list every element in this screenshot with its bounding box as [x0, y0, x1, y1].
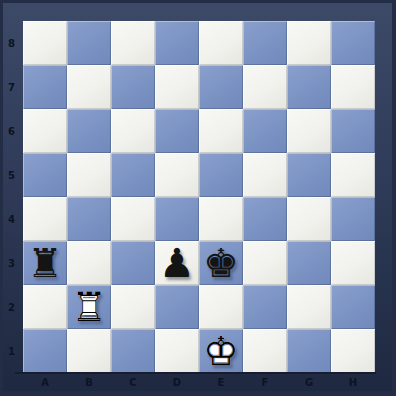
- square-a7[interactable]: [23, 65, 67, 109]
- square-b6[interactable]: [67, 109, 111, 153]
- rank-label-2: 2: [0, 285, 23, 329]
- square-e1[interactable]: ♚♔: [199, 329, 243, 373]
- square-c1[interactable]: [111, 329, 155, 373]
- file-label-d: D: [155, 373, 199, 391]
- square-g6[interactable]: [287, 109, 331, 153]
- piece-black-rook[interactable]: ♜: [23, 241, 67, 285]
- square-e7[interactable]: [199, 65, 243, 109]
- file-label-h: H: [331, 373, 375, 391]
- square-h4[interactable]: [331, 197, 375, 241]
- rank-label-4: 4: [0, 197, 23, 241]
- square-f8[interactable]: [243, 21, 287, 65]
- rank-label-6: 6: [0, 109, 23, 153]
- square-h6[interactable]: [331, 109, 375, 153]
- square-h5[interactable]: [331, 153, 375, 197]
- square-a5[interactable]: [23, 153, 67, 197]
- square-e4[interactable]: [199, 197, 243, 241]
- square-b2[interactable]: ♜♖: [67, 285, 111, 329]
- piece-black-pawn[interactable]: ♟: [155, 241, 199, 285]
- square-d1[interactable]: [155, 329, 199, 373]
- square-e3[interactable]: ♚: [199, 241, 243, 285]
- square-f5[interactable]: [243, 153, 287, 197]
- square-h8[interactable]: [331, 21, 375, 65]
- file-labels: ABCDEFGH: [23, 373, 375, 391]
- square-g8[interactable]: [287, 21, 331, 65]
- square-h2[interactable]: [331, 285, 375, 329]
- file-label-g: G: [287, 373, 331, 391]
- square-g5[interactable]: [287, 153, 331, 197]
- square-h1[interactable]: [331, 329, 375, 373]
- rank-label-7: 7: [0, 65, 23, 109]
- rank-label-3: 3: [0, 241, 23, 285]
- square-b1[interactable]: [67, 329, 111, 373]
- square-c7[interactable]: [111, 65, 155, 109]
- square-c5[interactable]: [111, 153, 155, 197]
- piece-white-rook[interactable]: ♜♖: [67, 285, 111, 329]
- square-a4[interactable]: [23, 197, 67, 241]
- square-d2[interactable]: [155, 285, 199, 329]
- square-d4[interactable]: [155, 197, 199, 241]
- square-d7[interactable]: [155, 65, 199, 109]
- square-b7[interactable]: [67, 65, 111, 109]
- white-piece-outline: ♔: [199, 329, 243, 373]
- square-c2[interactable]: [111, 285, 155, 329]
- square-g2[interactable]: [287, 285, 331, 329]
- square-c6[interactable]: [111, 109, 155, 153]
- square-b4[interactable]: [67, 197, 111, 241]
- square-f7[interactable]: [243, 65, 287, 109]
- rank-label-1: 1: [0, 329, 23, 373]
- square-a6[interactable]: [23, 109, 67, 153]
- square-g4[interactable]: [287, 197, 331, 241]
- square-e6[interactable]: [199, 109, 243, 153]
- square-h7[interactable]: [331, 65, 375, 109]
- square-b3[interactable]: [67, 241, 111, 285]
- square-f4[interactable]: [243, 197, 287, 241]
- square-d8[interactable]: [155, 21, 199, 65]
- square-d5[interactable]: [155, 153, 199, 197]
- file-label-e: E: [199, 373, 243, 391]
- square-d6[interactable]: [155, 109, 199, 153]
- piece-white-king[interactable]: ♚♔: [199, 329, 243, 373]
- square-a3[interactable]: ♜: [23, 241, 67, 285]
- square-b8[interactable]: [67, 21, 111, 65]
- square-a8[interactable]: [23, 21, 67, 65]
- square-a1[interactable]: [23, 329, 67, 373]
- square-f2[interactable]: [243, 285, 287, 329]
- square-c4[interactable]: [111, 197, 155, 241]
- square-g3[interactable]: [287, 241, 331, 285]
- square-f3[interactable]: [243, 241, 287, 285]
- square-f6[interactable]: [243, 109, 287, 153]
- white-piece-outline: ♖: [67, 285, 111, 329]
- square-a2[interactable]: [23, 285, 67, 329]
- square-b5[interactable]: [67, 153, 111, 197]
- file-label-c: C: [111, 373, 155, 391]
- square-e5[interactable]: [199, 153, 243, 197]
- chess-board[interactable]: ♜♟♚♜♖♚♔: [23, 21, 375, 373]
- square-g7[interactable]: [287, 65, 331, 109]
- rank-labels: 87654321: [0, 21, 23, 373]
- square-h3[interactable]: [331, 241, 375, 285]
- rank-label-5: 5: [0, 153, 23, 197]
- file-label-a: A: [23, 373, 67, 391]
- square-e8[interactable]: [199, 21, 243, 65]
- chess-diagram-frame: 87654321 ♜♟♚♜♖♚♔ ABCDEFGH: [0, 0, 396, 396]
- rank-label-8: 8: [0, 21, 23, 65]
- piece-black-king[interactable]: ♚: [199, 241, 243, 285]
- square-f1[interactable]: [243, 329, 287, 373]
- square-d3[interactable]: ♟: [155, 241, 199, 285]
- square-g1[interactable]: [287, 329, 331, 373]
- file-label-f: F: [243, 373, 287, 391]
- square-c3[interactable]: [111, 241, 155, 285]
- square-e2[interactable]: [199, 285, 243, 329]
- file-label-b: B: [67, 373, 111, 391]
- square-c8[interactable]: [111, 21, 155, 65]
